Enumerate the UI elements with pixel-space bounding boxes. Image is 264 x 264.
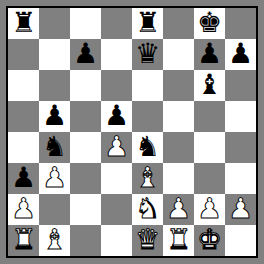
square-b3[interactable]: ♟ [39, 163, 70, 194]
square-f7[interactable] [163, 39, 194, 70]
square-f1[interactable]: ♜ [163, 225, 194, 256]
square-f4[interactable] [163, 132, 194, 163]
black-pawn-piece: ♟ [228, 39, 253, 69]
black-pawn-piece: ♟ [197, 39, 222, 69]
square-c4[interactable] [70, 132, 101, 163]
square-c7[interactable]: ♟ [70, 39, 101, 70]
square-f8[interactable] [163, 8, 194, 39]
square-g7[interactable]: ♟ [194, 39, 225, 70]
square-h3[interactable] [225, 163, 256, 194]
black-bishop-piece: ♝ [197, 70, 222, 100]
square-a7[interactable] [8, 39, 39, 70]
white-bishop-piece: ♝ [135, 163, 160, 193]
square-b1[interactable]: ♝ [39, 225, 70, 256]
square-g3[interactable] [194, 163, 225, 194]
square-e6[interactable] [132, 70, 163, 101]
black-knight-piece: ♞ [42, 132, 67, 162]
square-c6[interactable] [70, 70, 101, 101]
square-d3[interactable] [101, 163, 132, 194]
square-h5[interactable] [225, 101, 256, 132]
white-pawn-piece: ♟ [11, 194, 36, 224]
square-h4[interactable] [225, 132, 256, 163]
white-queen-piece: ♛ [135, 225, 160, 255]
square-f2[interactable]: ♟ [163, 194, 194, 225]
square-d8[interactable] [101, 8, 132, 39]
square-d4[interactable]: ♟ [101, 132, 132, 163]
square-b5[interactable]: ♟ [39, 101, 70, 132]
square-h2[interactable]: ♟ [225, 194, 256, 225]
square-h6[interactable] [225, 70, 256, 101]
black-pawn-piece: ♟ [11, 163, 36, 193]
square-d7[interactable] [101, 39, 132, 70]
square-g5[interactable] [194, 101, 225, 132]
black-pawn-piece: ♟ [104, 101, 129, 131]
square-a4[interactable] [8, 132, 39, 163]
square-g4[interactable] [194, 132, 225, 163]
square-a5[interactable] [8, 101, 39, 132]
square-e1[interactable]: ♛ [132, 225, 163, 256]
square-e2[interactable]: ♞ [132, 194, 163, 225]
square-c3[interactable] [70, 163, 101, 194]
square-b8[interactable] [39, 8, 70, 39]
white-bishop-piece: ♝ [42, 225, 67, 255]
black-knight-piece: ♞ [135, 132, 160, 162]
square-b2[interactable] [39, 194, 70, 225]
black-queen-piece: ♛ [135, 39, 160, 69]
square-f6[interactable] [163, 70, 194, 101]
white-pawn-piece: ♟ [197, 194, 222, 224]
square-d6[interactable] [101, 70, 132, 101]
white-pawn-piece: ♟ [166, 194, 191, 224]
square-c2[interactable] [70, 194, 101, 225]
square-h8[interactable] [225, 8, 256, 39]
square-a8[interactable]: ♜ [8, 8, 39, 39]
black-rook-piece: ♜ [11, 8, 36, 38]
black-pawn-piece: ♟ [73, 39, 98, 69]
square-e5[interactable] [132, 101, 163, 132]
square-a6[interactable] [8, 70, 39, 101]
white-king-piece: ♚ [197, 225, 222, 255]
square-g6[interactable]: ♝ [194, 70, 225, 101]
square-a3[interactable]: ♟ [8, 163, 39, 194]
square-h7[interactable]: ♟ [225, 39, 256, 70]
white-rook-piece: ♜ [11, 225, 36, 255]
square-b7[interactable] [39, 39, 70, 70]
square-a1[interactable]: ♜ [8, 225, 39, 256]
white-rook-piece: ♜ [166, 225, 191, 255]
square-e7[interactable]: ♛ [132, 39, 163, 70]
square-c5[interactable] [70, 101, 101, 132]
white-knight-piece: ♞ [135, 194, 160, 224]
square-b6[interactable] [39, 70, 70, 101]
square-e3[interactable]: ♝ [132, 163, 163, 194]
square-g2[interactable]: ♟ [194, 194, 225, 225]
square-d1[interactable] [101, 225, 132, 256]
square-c1[interactable] [70, 225, 101, 256]
square-e8[interactable]: ♜ [132, 8, 163, 39]
square-e4[interactable]: ♞ [132, 132, 163, 163]
white-pawn-piece: ♟ [42, 163, 67, 193]
black-king-piece: ♚ [197, 8, 222, 38]
white-pawn-piece: ♟ [228, 194, 253, 224]
square-b4[interactable]: ♞ [39, 132, 70, 163]
square-g1[interactable]: ♚ [194, 225, 225, 256]
white-pawn-piece: ♟ [104, 132, 129, 162]
square-d5[interactable]: ♟ [101, 101, 132, 132]
black-pawn-piece: ♟ [42, 101, 67, 131]
square-c8[interactable] [70, 8, 101, 39]
square-d2[interactable] [101, 194, 132, 225]
square-f3[interactable] [163, 163, 194, 194]
chess-board: ♜♜♚♟♛♟♟♝♟♟♞♟♞♟♟♝♟♞♟♟♟♜♝♛♜♚ [6, 6, 258, 258]
square-g8[interactable]: ♚ [194, 8, 225, 39]
black-rook-piece: ♜ [135, 8, 160, 38]
square-a2[interactable]: ♟ [8, 194, 39, 225]
board-frame: ♜♜♚♟♛♟♟♝♟♟♞♟♞♟♟♝♟♞♟♟♟♜♝♛♜♚ [0, 0, 264, 264]
square-h1[interactable] [225, 225, 256, 256]
square-f5[interactable] [163, 101, 194, 132]
